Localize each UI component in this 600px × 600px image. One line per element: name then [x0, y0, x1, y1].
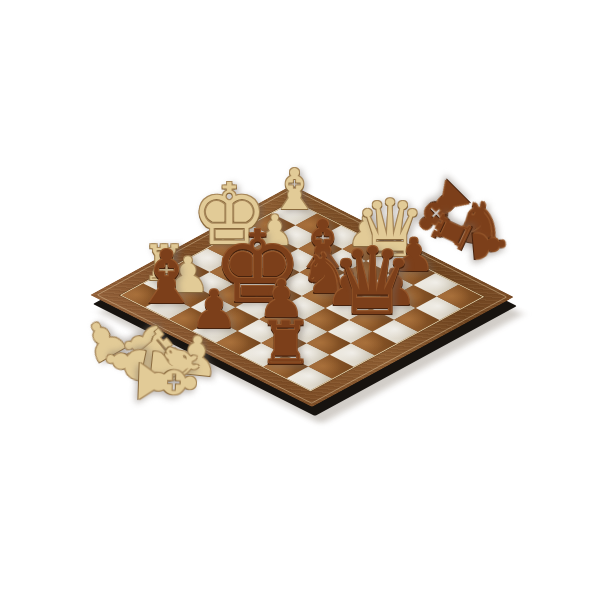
captured-dark-pawn-4[interactable]: ♟: [465, 224, 511, 266]
piece-dark-queen-e2[interactable]: ♛: [331, 236, 414, 329]
piece-dark-rook-a2[interactable]: ♜: [259, 313, 313, 373]
product-photo-scene: ♚♜♝♟♟♟♛♝♟♚♝♟♞♟♟♛♟♜♟♟♜♞♟♝♟♝♜♞♟: [0, 0, 600, 600]
captured-white-bishop-6[interactable]: ♝: [126, 346, 206, 419]
